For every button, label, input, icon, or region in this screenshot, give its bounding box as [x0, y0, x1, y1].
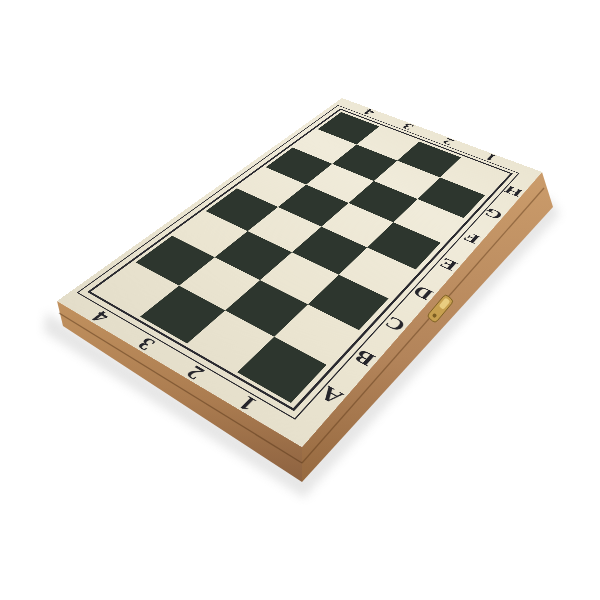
product-photo-chess-box: ABCDEFGH44332211 [0, 0, 600, 600]
